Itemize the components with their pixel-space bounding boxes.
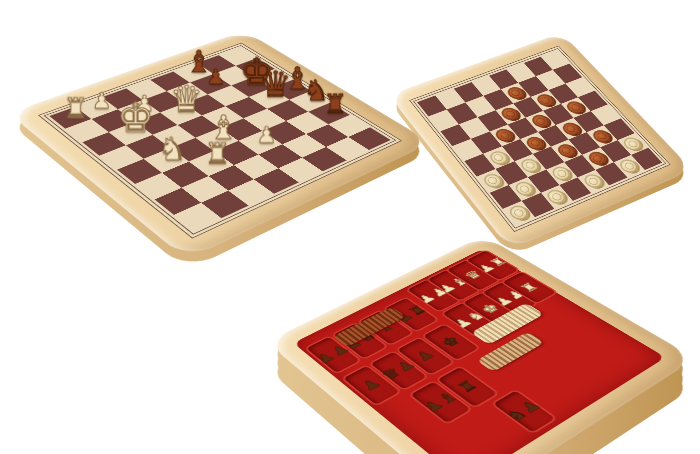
white-pawn-piece: ♟: [92, 90, 112, 112]
white-knight-piece: ♞: [158, 133, 186, 165]
product-photo-scene: ♟♟♟♞♝♟♜♟♛♟♟♚♟♝♜♞♟♟♟♟♝♛♟♜♟♞♚♟♟♜ ♜♟♝♟♟♚♛♚♛…: [0, 0, 700, 454]
white-king-piece: ♚: [118, 97, 155, 138]
chess-grid: ♜♟♝♟♟♚♛♚♛♝♞♝♞♜♟♜: [49, 48, 390, 231]
chess-board: ♜♟♝♟♟♚♛♚♛♝♞♝♞♜♟♜: [8, 31, 431, 260]
chess-board-layer: ♜♟♝♟♟♚♛♚♛♝♞♝♞♜♟♜: [0, 0, 700, 454]
dark-pawn-piece: ♟: [207, 67, 226, 88]
chess-square: [253, 168, 298, 194]
dark-queen-piece: ♛: [259, 67, 291, 103]
chess-square: [348, 127, 391, 150]
chess-playing-area: ♜♟♝♟♟♚♛♚♛♝♞♝♞♜♟♜: [38, 43, 402, 239]
dark-rook-piece: ♜: [324, 91, 348, 117]
white-pawn-piece: ♟: [257, 124, 277, 146]
white-rook-piece: ♜: [205, 140, 231, 168]
white-queen-piece: ♛: [170, 81, 203, 118]
white-rook-piece: ♜: [64, 94, 88, 121]
